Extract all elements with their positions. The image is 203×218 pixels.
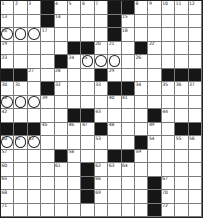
cell-13-15[interactable] — [189, 163, 202, 177]
cell-3-14[interactable] — [175, 28, 188, 42]
cell-1-11[interactable]: 8 — [135, 1, 148, 15]
clue-number-42: 42 — [2, 109, 7, 114]
cell-10-9[interactable]: 48 — [108, 123, 121, 137]
cell-10-10[interactable] — [122, 123, 135, 137]
cell-3-4[interactable]: 17 — [41, 28, 54, 42]
cell-15-11[interactable] — [135, 190, 148, 204]
cell-9-4[interactable] — [41, 109, 54, 123]
cell-13-3[interactable] — [28, 163, 41, 177]
clue-number-4: 4 — [55, 1, 58, 6]
circle-marker-8-3 — [28, 96, 40, 108]
cell-4-12[interactable]: 22 — [148, 42, 161, 56]
cell-10-12[interactable]: 49 — [148, 123, 161, 137]
cell-6-9[interactable]: 29 — [108, 69, 121, 83]
black-cell-6-8 — [95, 69, 108, 83]
cell-16-3[interactable] — [28, 204, 41, 218]
cell-8-12[interactable] — [148, 96, 161, 110]
cell-12-12[interactable] — [148, 150, 161, 164]
cell-4-3[interactable] — [28, 42, 41, 56]
cell-15-2[interactable] — [14, 190, 27, 204]
cell-10-5[interactable] — [55, 123, 68, 137]
clue-number-54: 54 — [149, 136, 154, 141]
cell-16-6[interactable] — [68, 204, 81, 218]
cell-5-7[interactable]: 25 — [81, 55, 94, 69]
black-cell-10-1 — [1, 123, 14, 137]
cell-15-8[interactable]: 69 — [95, 190, 108, 204]
cell-12-3[interactable] — [28, 150, 41, 164]
cell-8-1[interactable]: 38 — [1, 96, 14, 110]
cell-3-15[interactable] — [189, 28, 202, 42]
cell-16-1[interactable]: 71 — [1, 204, 14, 218]
cell-9-5[interactable] — [55, 109, 68, 123]
cell-5-1[interactable]: 23 — [1, 55, 14, 69]
clue-number-67: 67 — [162, 177, 167, 182]
cell-9-9[interactable] — [108, 109, 121, 123]
circle-marker-3-3 — [28, 28, 40, 40]
black-cell-2-9 — [108, 15, 121, 29]
cell-7-5[interactable]: 32 — [55, 82, 68, 96]
cell-8-13[interactable] — [162, 96, 175, 110]
cell-4-9[interactable]: 21 — [108, 42, 121, 56]
cell-15-3[interactable] — [28, 190, 41, 204]
cell-12-7[interactable] — [81, 150, 94, 164]
black-cell-12-10 — [122, 150, 135, 164]
cell-13-2[interactable] — [14, 163, 27, 177]
crossword-grid: 1234567891011121314151617181920212223242… — [0, 0, 203, 218]
cell-6-12[interactable] — [148, 69, 161, 83]
cell-7-2[interactable]: 31 — [14, 82, 27, 96]
cell-13-1[interactable]: 60 — [1, 163, 14, 177]
black-cell-6-13 — [162, 69, 175, 83]
cell-5-4[interactable] — [41, 55, 54, 69]
cell-4-2[interactable] — [14, 42, 27, 56]
black-cell-14-12 — [148, 177, 161, 191]
cell-2-15[interactable] — [189, 15, 202, 29]
clue-number-51: 51 — [15, 136, 20, 141]
cell-12-1[interactable]: 57 — [1, 150, 14, 164]
cell-11-9[interactable] — [108, 136, 121, 150]
cell-11-7[interactable] — [81, 136, 94, 150]
black-cell-15-12 — [148, 190, 161, 204]
cell-16-7[interactable] — [81, 204, 94, 218]
cell-6-4[interactable] — [41, 69, 54, 83]
clue-number-22: 22 — [149, 42, 154, 47]
cell-14-5[interactable] — [55, 177, 68, 191]
clue-number-46: 46 — [68, 123, 73, 128]
clue-number-30: 30 — [2, 82, 7, 87]
cell-16-13[interactable]: 72 — [162, 204, 175, 218]
black-cell-13-7 — [81, 163, 94, 177]
cell-10-4[interactable]: 45 — [41, 123, 54, 137]
clue-number-21: 21 — [109, 42, 114, 47]
clue-number-16: 16 — [2, 28, 7, 33]
cell-12-14[interactable] — [175, 150, 188, 164]
black-cell-9-12 — [148, 109, 161, 123]
cell-11-8[interactable]: 53 — [95, 136, 108, 150]
cell-9-14[interactable] — [175, 109, 188, 123]
cell-1-2[interactable]: 2 — [14, 1, 27, 15]
black-cell-14-7 — [81, 177, 94, 191]
cell-5-13[interactable] — [162, 55, 175, 69]
cell-1-12[interactable]: 9 — [148, 1, 161, 15]
cell-8-14[interactable] — [175, 96, 188, 110]
clue-number-8: 8 — [135, 1, 138, 6]
cell-14-1[interactable]: 65 — [1, 177, 14, 191]
clue-number-9: 9 — [149, 1, 152, 6]
cell-3-8[interactable] — [95, 28, 108, 42]
cell-5-6[interactable]: 24 — [68, 55, 81, 69]
cell-11-13[interactable] — [162, 136, 175, 150]
clue-number-5: 5 — [68, 1, 71, 6]
clue-number-63: 63 — [109, 163, 114, 168]
cell-5-8[interactable] — [95, 55, 108, 69]
cell-2-8[interactable] — [95, 15, 108, 29]
clue-number-65: 65 — [2, 177, 7, 182]
black-cell-6-2 — [14, 69, 27, 83]
cell-7-1[interactable]: 30 — [1, 82, 14, 96]
cell-2-7[interactable] — [81, 15, 94, 29]
cell-8-11[interactable] — [135, 96, 148, 110]
cell-8-5[interactable] — [55, 96, 68, 110]
cell-4-5[interactable] — [55, 42, 68, 56]
circle-marker-3-2 — [15, 28, 27, 40]
cell-13-11[interactable] — [135, 163, 148, 177]
cell-10-7[interactable]: 47 — [81, 123, 94, 137]
cell-11-12[interactable]: 54 — [148, 136, 161, 150]
clue-number-62: 62 — [95, 163, 100, 168]
clue-number-58: 58 — [68, 150, 73, 155]
cell-9-3[interactable] — [28, 109, 41, 123]
black-cell-7-9 — [108, 82, 121, 96]
black-cell-12-5 — [55, 150, 68, 164]
cell-11-15[interactable]: 56 — [189, 136, 202, 150]
clue-number-11: 11 — [176, 1, 181, 6]
cell-3-13[interactable] — [162, 28, 175, 42]
black-cell-1-9 — [108, 1, 121, 15]
cell-7-8[interactable]: 33 — [95, 82, 108, 96]
cell-11-6[interactable] — [68, 136, 81, 150]
cell-8-2[interactable] — [14, 96, 27, 110]
cell-1-7[interactable]: 6 — [81, 1, 94, 15]
cell-2-13[interactable] — [162, 15, 175, 29]
black-cell-4-11 — [135, 42, 148, 56]
clue-number-43: 43 — [95, 109, 100, 114]
black-cell-2-4 — [41, 15, 54, 29]
clue-number-49: 49 — [149, 123, 154, 128]
cell-15-1[interactable]: 68 — [1, 190, 14, 204]
cell-16-4[interactable] — [41, 204, 54, 218]
cell-9-10[interactable] — [122, 109, 135, 123]
clue-number-3: 3 — [28, 1, 31, 6]
black-cell-3-9 — [108, 28, 121, 42]
cell-6-3[interactable]: 27 — [28, 69, 41, 83]
cell-6-6[interactable] — [68, 69, 81, 83]
cell-3-1[interactable]: 16 — [1, 28, 14, 42]
black-cell-10-15 — [189, 123, 202, 137]
cell-7-13[interactable]: 35 — [162, 82, 175, 96]
clue-number-68: 68 — [2, 190, 7, 195]
clue-number-26: 26 — [135, 55, 140, 60]
black-cell-1-10 — [122, 1, 135, 15]
cell-8-7[interactable] — [81, 96, 94, 110]
cell-10-13[interactable] — [162, 123, 175, 137]
clue-number-59: 59 — [135, 150, 140, 155]
cell-3-6[interactable] — [68, 28, 81, 42]
black-cell-10-3 — [28, 123, 41, 137]
cell-5-14[interactable] — [175, 55, 188, 69]
cell-14-15[interactable] — [189, 177, 202, 191]
cell-9-11[interactable] — [135, 109, 148, 123]
cell-12-11[interactable]: 59 — [135, 150, 148, 164]
cell-5-9[interactable] — [108, 55, 121, 69]
cell-6-10[interactable] — [122, 69, 135, 83]
cell-7-3[interactable] — [28, 82, 41, 96]
clue-number-55: 55 — [176, 136, 181, 141]
cell-2-5[interactable]: 14 — [55, 15, 68, 29]
cell-16-5[interactable] — [55, 204, 68, 218]
cell-5-2[interactable] — [14, 55, 27, 69]
cell-12-15[interactable] — [189, 150, 202, 164]
black-cell-12-9 — [108, 150, 121, 164]
black-cell-9-6 — [68, 109, 81, 123]
cell-15-13[interactable]: 70 — [162, 190, 175, 204]
cell-13-14[interactable] — [175, 163, 188, 177]
cell-13-4[interactable] — [41, 163, 54, 177]
black-cell-15-7 — [81, 190, 94, 204]
clue-number-20: 20 — [95, 42, 100, 47]
clue-number-34: 34 — [135, 82, 140, 87]
cell-1-6[interactable]: 5 — [68, 1, 81, 15]
clue-number-39: 39 — [42, 96, 47, 101]
cell-1-14[interactable]: 11 — [175, 1, 188, 15]
cell-2-14[interactable] — [175, 15, 188, 29]
cell-6-11[interactable] — [135, 69, 148, 83]
cell-14-13[interactable]: 67 — [162, 177, 175, 191]
cell-14-9[interactable] — [108, 177, 121, 191]
cell-3-3[interactable] — [28, 28, 41, 42]
cell-14-11[interactable] — [135, 177, 148, 191]
cell-11-1[interactable]: 50 — [1, 136, 14, 150]
cell-5-10[interactable] — [122, 55, 135, 69]
clue-number-52: 52 — [28, 136, 33, 141]
cell-2-11[interactable] — [135, 15, 148, 29]
clue-number-23: 23 — [2, 55, 7, 60]
clue-number-64: 64 — [122, 163, 127, 168]
cell-15-15[interactable] — [189, 190, 202, 204]
cell-15-4[interactable] — [41, 190, 54, 204]
cell-14-2[interactable] — [14, 177, 27, 191]
cell-4-4[interactable] — [41, 42, 54, 56]
clue-number-71: 71 — [2, 204, 7, 209]
circle-marker-8-2 — [15, 96, 27, 108]
clue-number-2: 2 — [15, 1, 18, 6]
clue-number-44: 44 — [162, 109, 167, 114]
cell-5-11[interactable]: 26 — [135, 55, 148, 69]
cell-4-14[interactable] — [175, 42, 188, 56]
cell-13-5[interactable]: 61 — [55, 163, 68, 177]
cell-16-10[interactable] — [122, 204, 135, 218]
cell-12-6[interactable]: 58 — [68, 150, 81, 164]
cell-14-10[interactable] — [122, 177, 135, 191]
cell-2-10[interactable]: 15 — [122, 15, 135, 29]
cell-3-10[interactable]: 18 — [122, 28, 135, 42]
clue-number-36: 36 — [176, 82, 181, 87]
cell-5-15[interactable] — [189, 55, 202, 69]
circle-marker-5-8 — [95, 55, 107, 67]
clue-number-56: 56 — [189, 136, 194, 141]
cell-3-12[interactable] — [148, 28, 161, 42]
cell-12-13[interactable] — [162, 150, 175, 164]
cell-8-10[interactable]: 41 — [122, 96, 135, 110]
black-cell-6-1 — [1, 69, 14, 83]
cell-15-10[interactable] — [122, 190, 135, 204]
cell-7-6[interactable] — [68, 82, 81, 96]
cell-8-4[interactable]: 39 — [41, 96, 54, 110]
cell-3-11[interactable] — [135, 28, 148, 42]
cell-14-3[interactable] — [28, 177, 41, 191]
clue-number-28: 28 — [55, 69, 60, 74]
cell-4-13[interactable] — [162, 42, 175, 56]
black-cell-10-14 — [175, 123, 188, 137]
cell-2-6[interactable] — [68, 15, 81, 29]
clue-number-27: 27 — [28, 69, 33, 74]
clue-number-17: 17 — [42, 28, 47, 33]
cell-11-2[interactable]: 51 — [14, 136, 27, 150]
cell-5-3[interactable] — [28, 55, 41, 69]
cell-13-13[interactable] — [162, 163, 175, 177]
clue-number-13: 13 — [2, 15, 7, 20]
clue-number-35: 35 — [162, 82, 167, 87]
cell-4-15[interactable] — [189, 42, 202, 56]
cell-7-7[interactable] — [81, 82, 94, 96]
cell-2-3[interactable] — [28, 15, 41, 29]
clue-number-33: 33 — [95, 82, 100, 87]
black-cell-1-4 — [41, 1, 54, 15]
cell-1-15[interactable]: 12 — [189, 1, 202, 15]
cell-11-5[interactable] — [55, 136, 68, 150]
cell-11-3[interactable]: 52 — [28, 136, 41, 150]
clue-number-7: 7 — [95, 1, 98, 6]
cell-4-1[interactable]: 19 — [1, 42, 14, 56]
cell-10-11[interactable] — [135, 123, 148, 137]
cell-12-2[interactable] — [14, 150, 27, 164]
cell-12-4[interactable] — [41, 150, 54, 164]
clue-number-70: 70 — [162, 190, 167, 195]
cell-6-7[interactable] — [81, 69, 94, 83]
cell-3-5[interactable] — [55, 28, 68, 42]
clue-number-38: 38 — [2, 96, 7, 101]
clue-number-12: 12 — [189, 1, 194, 6]
cell-15-14[interactable] — [175, 190, 188, 204]
cell-8-8[interactable] — [95, 96, 108, 110]
cell-2-2[interactable] — [14, 15, 27, 29]
black-cell-6-14 — [175, 69, 188, 83]
black-cell-10-2 — [14, 123, 27, 137]
cell-9-8[interactable]: 43 — [95, 109, 108, 123]
black-cell-10-8 — [95, 123, 108, 137]
cell-9-15[interactable] — [189, 109, 202, 123]
cell-15-9[interactable] — [108, 190, 121, 204]
clue-number-32: 32 — [55, 82, 60, 87]
clue-number-72: 72 — [162, 204, 167, 209]
cell-16-2[interactable] — [14, 204, 27, 218]
cell-15-5[interactable] — [55, 190, 68, 204]
cell-9-1[interactable]: 42 — [1, 109, 14, 123]
black-cell-4-6 — [68, 42, 81, 56]
cell-3-2[interactable] — [14, 28, 27, 42]
cell-14-8[interactable]: 66 — [95, 177, 108, 191]
cell-16-15[interactable] — [189, 204, 202, 218]
cell-4-8[interactable]: 20 — [95, 42, 108, 56]
cell-7-15[interactable]: 37 — [189, 82, 202, 96]
cell-1-5[interactable]: 4 — [55, 1, 68, 15]
cell-5-12[interactable] — [148, 55, 161, 69]
cell-10-6[interactable]: 46 — [68, 123, 81, 137]
cell-16-11[interactable] — [135, 204, 148, 218]
cell-2-1[interactable]: 13 — [1, 15, 14, 29]
cell-14-6[interactable] — [68, 177, 81, 191]
cell-11-10[interactable] — [122, 136, 135, 150]
cell-13-10[interactable]: 64 — [122, 163, 135, 177]
clue-number-25: 25 — [82, 55, 87, 60]
cell-13-8[interactable]: 62 — [95, 163, 108, 177]
cell-1-3[interactable]: 3 — [28, 1, 41, 15]
clue-number-37: 37 — [189, 82, 194, 87]
cell-7-12[interactable] — [148, 82, 161, 96]
clue-number-1: 1 — [2, 1, 5, 6]
cell-13-6[interactable] — [68, 163, 81, 177]
cell-1-1[interactable]: 1 — [1, 1, 14, 15]
cell-8-9[interactable]: 40 — [108, 96, 121, 110]
cell-14-4[interactable] — [41, 177, 54, 191]
clue-number-15: 15 — [122, 15, 127, 20]
cell-14-14[interactable] — [175, 177, 188, 191]
cell-4-10[interactable] — [122, 42, 135, 56]
clue-number-53: 53 — [95, 136, 100, 141]
clue-number-18: 18 — [122, 28, 127, 33]
cell-16-9[interactable] — [108, 204, 121, 218]
cell-7-11[interactable]: 34 — [135, 82, 148, 96]
cell-15-6[interactable] — [68, 190, 81, 204]
clue-number-47: 47 — [82, 123, 87, 128]
cell-7-14[interactable]: 36 — [175, 82, 188, 96]
cell-16-14[interactable] — [175, 204, 188, 218]
cell-6-5[interactable]: 28 — [55, 69, 68, 83]
clue-number-57: 57 — [2, 150, 7, 155]
cell-1-8[interactable]: 7 — [95, 1, 108, 15]
clue-number-45: 45 — [42, 123, 47, 128]
cell-13-12[interactable] — [148, 163, 161, 177]
cell-8-6[interactable] — [68, 96, 81, 110]
cell-11-4[interactable] — [41, 136, 54, 150]
cell-11-14[interactable]: 55 — [175, 136, 188, 150]
clue-number-10: 10 — [162, 1, 167, 6]
cell-2-12[interactable] — [148, 15, 161, 29]
cell-16-8[interactable] — [95, 204, 108, 218]
cell-9-2[interactable] — [14, 109, 27, 123]
cell-9-13[interactable]: 44 — [162, 109, 175, 123]
clue-number-61: 61 — [55, 163, 60, 168]
crossword-puzzle: 1234567891011121314151617181920212223242… — [0, 0, 203, 218]
cell-1-13[interactable]: 10 — [162, 1, 175, 15]
cell-12-8[interactable] — [95, 150, 108, 164]
clue-number-69: 69 — [95, 190, 100, 195]
cell-3-7[interactable] — [81, 28, 94, 42]
cell-13-9[interactable]: 63 — [108, 163, 121, 177]
cell-8-3[interactable] — [28, 96, 41, 110]
cell-8-15[interactable] — [189, 96, 202, 110]
clue-number-40: 40 — [109, 96, 114, 101]
